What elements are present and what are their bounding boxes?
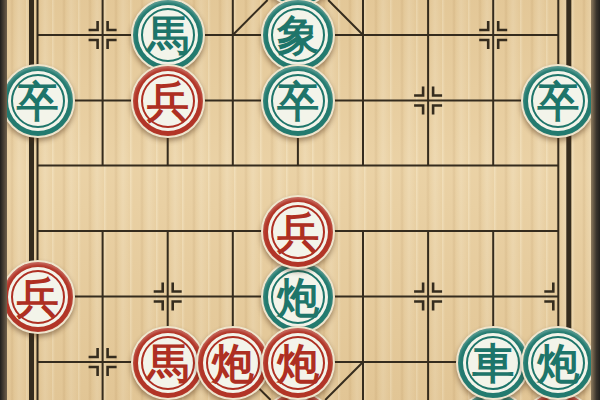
piece-glyph: 車 — [472, 343, 514, 385]
piece-face: 馬 — [138, 5, 198, 65]
piece-face: 兵 — [268, 202, 328, 262]
piece-face: 炮 — [268, 333, 328, 393]
board-left-edge — [0, 0, 7, 400]
piece-teal-馬-f2r2[interactable]: 馬 — [131, 0, 205, 72]
piece-teal-卒-f4r3[interactable]: 卒 — [261, 64, 335, 138]
piece-face: 炮 — [528, 333, 588, 393]
piece-red-兵-f2r3[interactable]: 兵 — [131, 64, 205, 138]
piece-red-兵-f4r5[interactable]: 兵 — [261, 195, 335, 269]
piece-glyph: 兵 — [277, 212, 319, 254]
piece-glyph: 炮 — [537, 343, 579, 385]
piece-face: 兵 — [8, 267, 68, 327]
piece-glyph: 卒 — [537, 81, 579, 123]
piece-red-兵-f0r6[interactable]: 兵 — [1, 260, 75, 334]
piece-red-炮-f3r7[interactable]: 炮 — [196, 326, 270, 400]
piece-teal-卒-f0r3[interactable]: 卒 — [1, 64, 75, 138]
piece-glyph: 兵 — [147, 81, 189, 123]
piece-face: 炮 — [203, 333, 263, 393]
piece-glyph: 象 — [277, 15, 319, 57]
xiangqi-board[interactable]: 馬象卒兵卒卒炮兵兵馬炮炮車炮 — [0, 0, 600, 400]
piece-glyph: 炮 — [212, 343, 254, 385]
piece-glyph: 馬 — [147, 343, 189, 385]
piece-face: 炮 — [268, 267, 328, 327]
piece-glyph: 馬 — [147, 15, 189, 57]
piece-teal-象-f4r2[interactable]: 象 — [261, 0, 335, 72]
piece-layer: 馬象卒兵卒卒炮兵兵馬炮炮車炮 — [0, 0, 600, 400]
piece-face: 卒 — [528, 71, 588, 131]
piece-face: 兵 — [138, 71, 198, 131]
piece-red-馬-f2r7[interactable]: 馬 — [131, 326, 205, 400]
piece-teal-炮-f4r6[interactable]: 炮 — [261, 260, 335, 334]
piece-teal-炮-f8r7[interactable]: 炮 — [521, 326, 595, 400]
piece-glyph: 卒 — [17, 81, 59, 123]
piece-face: 象 — [268, 5, 328, 65]
piece-teal-車-f7r7[interactable]: 車 — [456, 326, 530, 400]
piece-red-炮-f4r7[interactable]: 炮 — [261, 326, 335, 400]
piece-teal-卒-f8r3[interactable]: 卒 — [521, 64, 595, 138]
board-right-edge — [591, 0, 600, 400]
piece-face: 卒 — [8, 71, 68, 131]
piece-glyph: 卒 — [277, 81, 319, 123]
piece-glyph: 炮 — [277, 277, 319, 319]
piece-glyph: 炮 — [277, 343, 319, 385]
piece-face: 卒 — [268, 71, 328, 131]
piece-face: 馬 — [138, 333, 198, 393]
piece-glyph: 兵 — [17, 277, 59, 319]
piece-face: 車 — [463, 333, 523, 393]
